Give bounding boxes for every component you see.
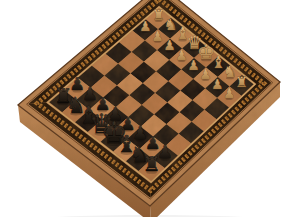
chess-piece-white-pawn: ♟	[176, 47, 188, 63]
chess-piece-white-pawn: ♟	[188, 57, 200, 73]
chess-piece-white-pawn: ♟	[211, 76, 223, 92]
chess-piece-white-rook: ♜	[235, 74, 248, 90]
chess-piece-white-pawn: ♟	[139, 18, 151, 34]
chess-set-photo: ♜♞♟♝♟♛♟♚♟♝♟♞♟♜♟♟♟♟♜♟♞♟♝♟♛♟♚♟♝♟♞♜	[0, 0, 290, 217]
chess-piece-black-rook: ♜	[143, 152, 161, 176]
chess-piece-white-pawn: ♟	[223, 85, 235, 101]
chess-piece-white-pawn: ♟	[200, 66, 212, 82]
chess-piece-white-pawn: ♟	[164, 37, 176, 53]
chess-board: ♜♞♟♝♟♛♟♚♟♝♟♞♟♜♟♟♟♟♜♟♞♟♝♟♛♟♚♟♝♟♞♜	[0, 0, 290, 217]
chess-piece-white-pawn: ♟	[151, 28, 163, 44]
